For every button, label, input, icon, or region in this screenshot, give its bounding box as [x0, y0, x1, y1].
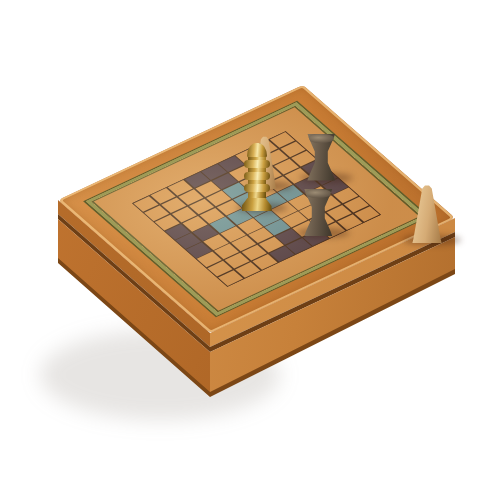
king-ring [244, 160, 270, 168]
product-photo-scene: { "game": { "name": "Tablut (Hnefatafl /… [0, 0, 500, 500]
king-ring [244, 184, 270, 192]
spool-top-cap [305, 189, 332, 198]
spool-top-cap [308, 134, 335, 143]
king-piece[interactable] [242, 143, 272, 211]
king-base [242, 198, 272, 211]
king-ring [244, 172, 270, 180]
